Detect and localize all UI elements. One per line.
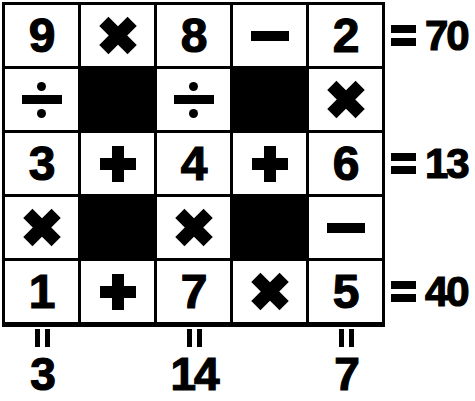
cell-value: 1 bbox=[29, 268, 55, 316]
cell-value: 8 bbox=[181, 12, 207, 60]
plus-icon bbox=[100, 146, 136, 182]
cell-r2c5[interactable] bbox=[309, 69, 382, 130]
divide-icon bbox=[22, 82, 62, 118]
multiply-icon bbox=[328, 82, 364, 118]
cell-r3c2[interactable] bbox=[81, 133, 154, 194]
cell-r1c5[interactable]: 2 bbox=[309, 5, 382, 66]
cell-value: 5 bbox=[333, 268, 359, 316]
cell-r4c5[interactable] bbox=[309, 197, 382, 258]
cell-value: 6 bbox=[333, 140, 359, 188]
equals-icon bbox=[391, 153, 416, 174]
multiply-icon bbox=[176, 210, 212, 246]
blocked-cell-r2c4 bbox=[233, 69, 306, 130]
cell-r5c2[interactable] bbox=[81, 261, 154, 322]
cell-value: 2 bbox=[333, 12, 359, 60]
cell-r5c5[interactable]: 5 bbox=[309, 261, 382, 322]
row-result-3: 40 bbox=[391, 261, 468, 322]
row-result-value: 40 bbox=[425, 271, 468, 313]
multiply-icon bbox=[100, 18, 136, 54]
cell-r1c1[interactable]: 9 bbox=[5, 5, 78, 66]
col-result-value: 14 bbox=[170, 351, 217, 397]
vertical-equals-icon bbox=[339, 329, 354, 347]
cell-r3c3[interactable]: 4 bbox=[157, 133, 230, 194]
row-result-value: 13 bbox=[425, 143, 468, 185]
multiply-icon bbox=[252, 274, 288, 310]
cell-value: 4 bbox=[181, 140, 207, 188]
cell-value: 3 bbox=[29, 140, 55, 188]
crossmath-puzzle: 9 8 2 3 4 6 1 7 5 70 13 bbox=[0, 0, 475, 401]
cell-r1c2[interactable] bbox=[81, 5, 154, 66]
cell-r3c1[interactable]: 3 bbox=[5, 133, 78, 194]
equals-icon bbox=[391, 281, 416, 302]
cell-r5c4[interactable] bbox=[233, 261, 306, 322]
cell-r1c3[interactable]: 8 bbox=[157, 5, 230, 66]
col-result-value: 3 bbox=[30, 351, 54, 397]
row-result-value: 70 bbox=[425, 15, 468, 57]
equals-icon bbox=[391, 25, 416, 46]
cell-value: 7 bbox=[181, 268, 207, 316]
cell-r3c5[interactable]: 6 bbox=[309, 133, 382, 194]
puzzle-grid: 9 8 2 3 4 6 1 7 5 bbox=[2, 2, 385, 327]
cell-r4c1[interactable] bbox=[5, 197, 78, 258]
blocked-cell-r2c2 bbox=[81, 69, 154, 130]
cell-r5c3[interactable]: 7 bbox=[157, 261, 230, 322]
cell-r1c4[interactable] bbox=[233, 5, 306, 66]
cell-r2c1[interactable] bbox=[5, 69, 78, 130]
col-result-2: 14 bbox=[154, 329, 234, 397]
blocked-cell-r4c2 bbox=[81, 197, 154, 258]
cell-r5c1[interactable]: 1 bbox=[5, 261, 78, 322]
blocked-cell-r4c4 bbox=[233, 197, 306, 258]
minus-icon bbox=[251, 31, 289, 41]
minus-icon bbox=[327, 223, 365, 233]
row-result-2: 13 bbox=[391, 133, 468, 194]
plus-icon bbox=[100, 274, 136, 310]
col-result-3: 7 bbox=[306, 329, 386, 397]
cell-value: 9 bbox=[29, 12, 55, 60]
col-result-value: 7 bbox=[334, 351, 358, 397]
multiply-icon bbox=[24, 210, 60, 246]
divide-icon bbox=[174, 82, 214, 118]
vertical-equals-icon bbox=[187, 329, 202, 347]
row-result-1: 70 bbox=[391, 5, 468, 66]
cell-r3c4[interactable] bbox=[233, 133, 306, 194]
col-result-1: 3 bbox=[2, 329, 82, 397]
cell-r4c3[interactable] bbox=[157, 197, 230, 258]
cell-r2c3[interactable] bbox=[157, 69, 230, 130]
vertical-equals-icon bbox=[35, 329, 50, 347]
plus-icon bbox=[252, 146, 288, 182]
